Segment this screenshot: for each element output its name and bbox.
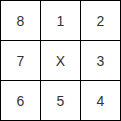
tile-r2c2[interactable]: 4 (81, 81, 120, 120)
tile-r2c1[interactable]: 5 (41, 81, 80, 120)
tile-r0c1[interactable]: 1 (41, 1, 80, 40)
tile-r1c0[interactable]: 7 (1, 41, 40, 80)
tile-r0c0[interactable]: 8 (1, 1, 40, 40)
tile-r1c2[interactable]: 3 (81, 41, 120, 80)
eight-puzzle-board: 8 1 2 7 X 3 6 5 4 (0, 0, 121, 121)
tile-r0c2[interactable]: 2 (81, 1, 120, 40)
blank-tile-r1c1[interactable]: X (41, 41, 80, 80)
puzzle-screenshot: 8 1 2 7 X 3 6 5 4 (0, 0, 121, 121)
tile-r2c0[interactable]: 6 (1, 81, 40, 120)
